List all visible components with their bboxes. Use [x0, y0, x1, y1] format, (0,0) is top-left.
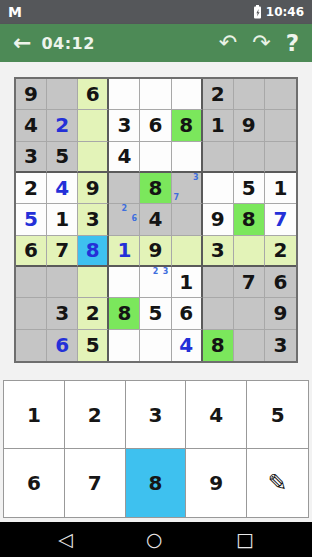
cell-r2c9[interactable]	[265, 110, 296, 141]
cell-r2c8[interactable]: 9	[234, 110, 265, 141]
given-digit: 1	[211, 115, 225, 135]
given-digit: 4	[24, 115, 38, 135]
cell-r8c4[interactable]: 8	[109, 298, 140, 329]
cell-r9c5[interactable]	[140, 330, 171, 361]
pencil-mark-slot	[181, 193, 191, 203]
pencil-mark-slot: 7	[172, 193, 182, 203]
cell-r3c4[interactable]: 4	[109, 142, 140, 173]
given-digit: 4	[149, 209, 163, 229]
cell-r3c7[interactable]	[203, 142, 234, 173]
cell-r4c7[interactable]	[203, 173, 234, 204]
battery-charging-icon	[253, 5, 262, 19]
cell-r9c4[interactable]	[109, 330, 140, 361]
cell-r7c4[interactable]	[109, 267, 140, 298]
given-digit: 5	[242, 178, 256, 198]
user-digit: 5	[24, 209, 38, 229]
cell-r6c3[interactable]: 8	[78, 236, 109, 267]
given-digit: 9	[86, 178, 100, 198]
given-digit: 1	[55, 209, 69, 229]
help-button[interactable]: ?	[286, 32, 299, 55]
pencil-mark-slot	[161, 277, 171, 287]
given-digit: 8	[179, 115, 193, 135]
given-digit: 9	[242, 115, 256, 135]
numpad-key-6[interactable]: 6	[4, 449, 65, 517]
nav-back-button[interactable]: ◁	[58, 530, 73, 549]
given-digit: 9	[24, 84, 38, 104]
cell-r2c4[interactable]: 3	[109, 110, 140, 141]
cell-r5c8[interactable]: 8	[234, 204, 265, 235]
given-digit: 7	[242, 272, 256, 292]
numpad-key-4[interactable]: 4	[186, 381, 247, 449]
given-digit: 6	[179, 303, 193, 323]
cell-r5c7[interactable]: 9	[203, 204, 234, 235]
cell-r9c2[interactable]: 6	[47, 330, 78, 361]
cell-r6c9[interactable]: 2	[265, 236, 296, 267]
given-digit: 8	[149, 178, 163, 198]
cell-r8c2[interactable]: 3	[47, 298, 78, 329]
pencil-marks: 23	[140, 267, 170, 297]
cell-r5c3[interactable]: 3	[78, 204, 109, 235]
cell-r1c4[interactable]	[109, 79, 140, 110]
pencil-mark-slot	[109, 204, 119, 214]
cell-r6c4[interactable]: 1	[109, 236, 140, 267]
cell-r1c1[interactable]: 9	[16, 79, 47, 110]
pencil-mark-slot: 2	[119, 204, 129, 214]
cell-r1c5[interactable]	[140, 79, 171, 110]
main-area: 9624236819354249837515132649876781932231…	[0, 62, 312, 380]
given-digit: 6	[86, 84, 100, 104]
undo-icon[interactable]: ↶	[219, 32, 237, 54]
pencil-mark-slot: 2	[150, 267, 160, 277]
pencil-icon: ✎	[268, 469, 288, 497]
user-digit: 4	[55, 178, 69, 198]
cell-r6c6[interactable]	[172, 236, 203, 267]
given-digit: 1	[273, 178, 287, 198]
cell-r7c1[interactable]	[16, 267, 47, 298]
pencil-marks: 37	[172, 173, 201, 203]
cell-r8c9[interactable]: 9	[265, 298, 296, 329]
sudoku-board: 9624236819354249837515132649876781932231…	[14, 77, 298, 363]
cell-r1c9[interactable]	[265, 79, 296, 110]
cell-r5c9[interactable]: 7	[265, 204, 296, 235]
status-bar-right: 10:46	[253, 5, 304, 19]
numpad-key-5[interactable]: 5	[247, 381, 308, 449]
cell-r8c7[interactable]	[203, 298, 234, 329]
user-digit: 2	[55, 115, 69, 135]
pencil-marks: 26	[109, 204, 139, 234]
cell-r1c7[interactable]: 2	[203, 79, 234, 110]
numpad-key-7[interactable]: 7	[65, 449, 126, 517]
cell-r2c2[interactable]: 2	[47, 110, 78, 141]
toolbar: ← 04:12 ↶ ↷ ?	[0, 24, 312, 62]
cell-r4c1[interactable]: 2	[16, 173, 47, 204]
cell-r1c6[interactable]	[172, 79, 203, 110]
given-digit: 3	[55, 303, 69, 323]
given-digit: 6	[273, 272, 287, 292]
given-digit: 3	[211, 240, 225, 260]
cell-r7c6[interactable]: 1	[172, 267, 203, 298]
given-digit: 8	[242, 209, 256, 229]
game-timer: 04:12	[41, 34, 94, 53]
cell-r5c6[interactable]	[172, 204, 203, 235]
given-digit: 8	[117, 303, 131, 323]
cell-r3c9[interactable]	[265, 142, 296, 173]
cell-r4c2[interactable]: 4	[47, 173, 78, 204]
cell-r7c9[interactable]: 6	[265, 267, 296, 298]
back-button[interactable]: ←	[13, 32, 31, 54]
given-digit: 3	[86, 209, 100, 229]
cell-r3c1[interactable]: 3	[16, 142, 47, 173]
cell-r8c1[interactable]	[16, 298, 47, 329]
status-bar: M 10:46	[0, 0, 312, 24]
cell-r2c1[interactable]: 4	[16, 110, 47, 141]
clock: 10:46	[266, 5, 304, 19]
given-digit: 6	[24, 240, 38, 260]
cell-r7c8[interactable]: 7	[234, 267, 265, 298]
redo-icon[interactable]: ↷	[252, 32, 270, 54]
numpad-key-1[interactable]: 1	[4, 381, 65, 449]
pencil-mark-slot: 6	[129, 214, 139, 224]
cell-r4c4[interactable]	[109, 173, 140, 204]
given-digit: 2	[211, 84, 225, 104]
numpad-key-3[interactable]: 3	[126, 381, 187, 449]
pencil-mark-slot	[109, 214, 119, 224]
pencil-mark-slot	[181, 173, 191, 183]
given-digit: 1	[179, 272, 193, 292]
given-digit: 5	[86, 335, 100, 355]
given-digit: 2	[86, 303, 100, 323]
pencil-mark-slot	[161, 287, 171, 297]
cell-r9c9[interactable]: 3	[265, 330, 296, 361]
cell-r5c2[interactable]: 1	[47, 204, 78, 235]
cell-r8c3[interactable]: 2	[78, 298, 109, 329]
given-digit: 7	[55, 240, 69, 260]
cell-r5c5[interactable]: 4	[140, 204, 171, 235]
given-digit: 6	[149, 115, 163, 135]
pencil-mark-slot	[140, 287, 150, 297]
cell-r5c1[interactable]: 5	[16, 204, 47, 235]
cell-r2c7[interactable]: 1	[203, 110, 234, 141]
cell-r7c3[interactable]	[78, 267, 109, 298]
pencil-mark-slot	[172, 183, 182, 193]
cell-r8c8[interactable]	[234, 298, 265, 329]
cell-r3c6[interactable]	[172, 142, 203, 173]
pencil-mark-slot	[109, 225, 119, 235]
user-digit: 6	[55, 335, 69, 355]
pencil-mark-slot	[150, 277, 160, 287]
cell-r1c8[interactable]	[234, 79, 265, 110]
given-digit: 2	[24, 178, 38, 198]
cell-r4c9[interactable]: 1	[265, 173, 296, 204]
cell-r2c3[interactable]	[78, 110, 109, 141]
cell-r3c8[interactable]	[234, 142, 265, 173]
cell-r4c8[interactable]: 5	[234, 173, 265, 204]
cell-r7c5[interactable]: 23	[140, 267, 171, 298]
given-digit: 8	[211, 335, 225, 355]
cell-r9c8[interactable]	[234, 330, 265, 361]
cell-r6c5[interactable]: 9	[140, 236, 171, 267]
pencil-mark-slot	[150, 287, 160, 297]
pencil-mark-slot	[191, 183, 201, 193]
nav-home-button[interactable]: ○	[146, 530, 163, 549]
cell-r6c7[interactable]: 3	[203, 236, 234, 267]
cell-r9c3[interactable]: 5	[78, 330, 109, 361]
cell-r9c1[interactable]	[16, 330, 47, 361]
user-digit: 8	[86, 240, 100, 260]
pencil-mark-slot	[119, 214, 129, 224]
cell-r2c6[interactable]: 8	[172, 110, 203, 141]
pencil-mark-slot	[140, 267, 150, 277]
android-nav-bar: ◁ ○ □	[0, 522, 312, 557]
pencil-mark-slot	[172, 173, 182, 183]
numpad-key-9[interactable]: 9	[186, 449, 247, 517]
cell-r9c7[interactable]: 8	[203, 330, 234, 361]
given-digit: 9	[211, 209, 225, 229]
pencil-mark-slot	[191, 193, 201, 203]
cell-r9c6[interactable]: 4	[172, 330, 203, 361]
pencil-mark-slot	[129, 225, 139, 235]
cell-r6c1[interactable]: 6	[16, 236, 47, 267]
number-pad: 123456789✎	[3, 380, 309, 518]
cell-r1c2[interactable]	[47, 79, 78, 110]
pencil-mark-slot	[119, 225, 129, 235]
cell-r2c5[interactable]: 6	[140, 110, 171, 141]
cell-r5c4[interactable]: 26	[109, 204, 140, 235]
cell-r6c8[interactable]	[234, 236, 265, 267]
cell-r7c7[interactable]	[203, 267, 234, 298]
pencil-mode-button[interactable]: ✎	[247, 449, 308, 517]
numpad-key-8[interactable]: 8	[126, 449, 187, 517]
cell-r8c6[interactable]: 6	[172, 298, 203, 329]
user-digit: 1	[117, 240, 131, 260]
nav-recents-button[interactable]: □	[236, 530, 254, 549]
cell-r3c3[interactable]	[78, 142, 109, 173]
pencil-mark-slot: 3	[191, 173, 201, 183]
given-digit: 4	[117, 146, 131, 166]
given-digit: 9	[149, 240, 163, 260]
cell-r7c2[interactable]	[47, 267, 78, 298]
given-digit: 9	[273, 303, 287, 323]
cell-r3c5[interactable]	[140, 142, 171, 173]
notification-icon: M	[8, 4, 21, 20]
cell-r3c2[interactable]: 5	[47, 142, 78, 173]
numpad-key-2[interactable]: 2	[65, 381, 126, 449]
cell-r8c5[interactable]: 5	[140, 298, 171, 329]
user-digit: 7	[273, 209, 287, 229]
pencil-mark-slot	[129, 204, 139, 214]
given-digit: 3	[24, 146, 38, 166]
cell-r4c6[interactable]: 37	[172, 173, 203, 204]
cell-r1c3[interactable]: 6	[78, 79, 109, 110]
pencil-mark-slot: 3	[161, 267, 171, 277]
cell-r6c2[interactable]: 7	[47, 236, 78, 267]
user-digit: 4	[179, 335, 193, 355]
given-digit: 5	[149, 303, 163, 323]
toolbar-actions: ↶ ↷ ?	[219, 32, 299, 55]
given-digit: 5	[55, 146, 69, 166]
given-digit: 3	[117, 115, 131, 135]
cell-r4c5[interactable]: 8	[140, 173, 171, 204]
given-digit: 2	[273, 240, 287, 260]
cell-r4c3[interactable]: 9	[78, 173, 109, 204]
pencil-mark-slot	[181, 183, 191, 193]
given-digit: 3	[273, 335, 287, 355]
pencil-mark-slot	[140, 277, 150, 287]
